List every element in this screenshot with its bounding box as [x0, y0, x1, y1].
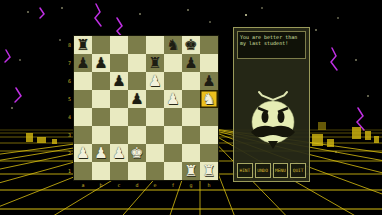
square-e8[interactable]: [146, 36, 164, 54]
square-b8[interactable]: [92, 36, 110, 54]
square-e2[interactable]: [146, 144, 164, 162]
square-h8[interactable]: [200, 36, 218, 54]
square-e3[interactable]: [146, 126, 164, 144]
piece-white-rook[interactable]: ♜: [200, 162, 218, 180]
square-c2[interactable]: ♟: [110, 144, 128, 162]
square-g8[interactable]: ♚: [182, 36, 200, 54]
rank-label-1: 1: [66, 162, 71, 180]
square-b5[interactable]: [92, 90, 110, 108]
square-g4[interactable]: [182, 108, 200, 126]
square-h7[interactable]: [200, 54, 218, 72]
square-f1[interactable]: [164, 162, 182, 180]
piece-black-knight[interactable]: ♞: [164, 36, 182, 54]
piece-white-pawn[interactable]: ♟: [92, 144, 110, 162]
speech-bubble: You are better than my last student!: [237, 31, 306, 59]
chevron-down-icon: [259, 92, 287, 100]
file-label-d: d: [128, 182, 146, 188]
square-h2[interactable]: [200, 144, 218, 162]
piece-black-pawn[interactable]: ♟: [182, 54, 200, 72]
undo-button[interactable]: UNDO: [255, 163, 271, 178]
piece-black-pawn[interactable]: ♟: [74, 54, 92, 72]
square-g6[interactable]: [182, 72, 200, 90]
square-f4[interactable]: [164, 108, 182, 126]
square-f6[interactable]: [164, 72, 182, 90]
square-c4[interactable]: [110, 108, 128, 126]
rank-label-2: 2: [66, 144, 71, 162]
menu-button[interactable]: MENU: [273, 163, 289, 178]
piece-black-pawn[interactable]: ♟: [110, 72, 128, 90]
square-f8[interactable]: ♞: [164, 36, 182, 54]
square-f2[interactable]: [164, 144, 182, 162]
hint-button[interactable]: HINT: [237, 163, 253, 178]
square-h6[interactable]: ♟: [200, 72, 218, 90]
square-c3[interactable]: [110, 126, 128, 144]
square-b7[interactable]: ♟: [92, 54, 110, 72]
piece-black-pawn[interactable]: ♟: [128, 90, 146, 108]
square-g2[interactable]: [182, 144, 200, 162]
game-screen: ♜♞♚♟♟♜♟♟♟♟♟♟♞♟♟♟♚♜♜ 87654321 abcdefgh Yo…: [0, 0, 382, 215]
file-labels: abcdefgh: [74, 182, 218, 188]
square-g5[interactable]: [182, 90, 200, 108]
square-c5[interactable]: [110, 90, 128, 108]
piece-white-rook[interactable]: ♜: [182, 162, 200, 180]
opponent-panel: You are better than my last student! HIN…: [233, 27, 310, 182]
square-a8[interactable]: ♜: [74, 36, 92, 54]
square-d5[interactable]: ♟: [128, 90, 146, 108]
piece-white-pawn[interactable]: ♟: [110, 144, 128, 162]
piece-white-pawn[interactable]: ♟: [146, 72, 164, 90]
square-b3[interactable]: [92, 126, 110, 144]
square-a5[interactable]: [74, 90, 92, 108]
square-b6[interactable]: [92, 72, 110, 90]
file-label-a: a: [74, 182, 92, 188]
square-a7[interactable]: ♟: [74, 54, 92, 72]
square-d8[interactable]: [128, 36, 146, 54]
square-e6[interactable]: ♟: [146, 72, 164, 90]
square-d4[interactable]: [128, 108, 146, 126]
square-b1[interactable]: [92, 162, 110, 180]
square-c6[interactable]: ♟: [110, 72, 128, 90]
file-label-f: f: [164, 182, 182, 188]
square-b2[interactable]: ♟: [92, 144, 110, 162]
opponent-message: You are better than my last student!: [240, 34, 297, 46]
square-d7[interactable]: [128, 54, 146, 72]
square-g7[interactable]: ♟: [182, 54, 200, 72]
piece-black-pawn[interactable]: ♟: [92, 54, 110, 72]
square-h1[interactable]: ♜: [200, 162, 218, 180]
square-d1[interactable]: [128, 162, 146, 180]
square-h4[interactable]: [200, 108, 218, 126]
square-g1[interactable]: ♜: [182, 162, 200, 180]
piece-black-rook[interactable]: ♜: [146, 54, 164, 72]
square-d2[interactable]: ♚: [128, 144, 146, 162]
square-e5[interactable]: [146, 90, 164, 108]
square-h3[interactable]: [200, 126, 218, 144]
square-g3[interactable]: [182, 126, 200, 144]
square-a4[interactable]: [74, 108, 92, 126]
square-a1[interactable]: [74, 162, 92, 180]
square-e7[interactable]: ♜: [146, 54, 164, 72]
rank-label-3: 3: [66, 126, 71, 144]
file-label-e: e: [146, 182, 164, 188]
quit-button[interactable]: QUIT: [290, 163, 306, 178]
rank-label-6: 6: [66, 72, 71, 90]
rank-label-7: 7: [66, 54, 71, 72]
square-h5[interactable]: ♞: [200, 90, 218, 108]
piece-white-king[interactable]: ♚: [128, 144, 146, 162]
square-e1[interactable]: [146, 162, 164, 180]
piece-white-pawn[interactable]: ♟: [164, 90, 182, 108]
square-c8[interactable]: [110, 36, 128, 54]
panel-buttons: HINT UNDO MENU QUIT: [237, 163, 306, 178]
square-f3[interactable]: [164, 126, 182, 144]
piece-white-pawn[interactable]: ♟: [74, 144, 92, 162]
square-f7[interactable]: [164, 54, 182, 72]
piece-black-pawn[interactable]: ♟: [200, 72, 218, 90]
file-label-c: c: [110, 182, 128, 188]
square-c7[interactable]: [110, 54, 128, 72]
rank-label-5: 5: [66, 90, 71, 108]
square-d6[interactable]: [128, 72, 146, 90]
chess-board: ♜♞♚♟♟♜♟♟♟♟♟♟♞♟♟♟♚♜♜ 87654321 abcdefgh: [73, 35, 219, 181]
square-f5[interactable]: ♟: [164, 90, 182, 108]
square-e4[interactable]: [146, 108, 164, 126]
square-a6[interactable]: [74, 72, 92, 90]
file-label-b: b: [92, 182, 110, 188]
rank-label-8: 8: [66, 36, 71, 54]
file-label-g: g: [182, 182, 200, 188]
square-c1[interactable]: [110, 162, 128, 180]
square-a2[interactable]: ♟: [74, 144, 92, 162]
square-b4[interactable]: [92, 108, 110, 126]
rank-labels: 87654321: [66, 36, 71, 180]
piece-black-rook[interactable]: ♜: [74, 36, 92, 54]
square-a3[interactable]: [74, 126, 92, 144]
piece-black-king[interactable]: ♚: [182, 36, 200, 54]
angry-mustache-face-icon: [234, 58, 311, 153]
square-d3[interactable]: [128, 126, 146, 144]
rank-label-4: 4: [66, 108, 71, 126]
file-label-h: h: [200, 182, 218, 188]
piece-white-knight[interactable]: ♞: [200, 90, 218, 108]
